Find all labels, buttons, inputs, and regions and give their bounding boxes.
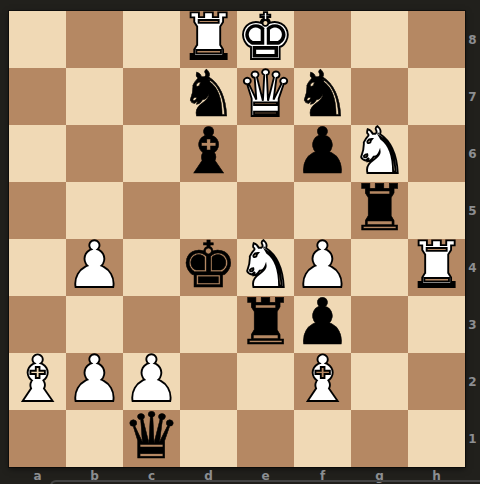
square-f6[interactable]: ♟ [294, 125, 351, 182]
black-pawn-icon[interactable]: ♟ [294, 123, 351, 180]
square-b1[interactable] [66, 410, 123, 467]
white-bishop-icon[interactable]: ♝ [9, 351, 66, 408]
rank-label-7: 7 [465, 68, 480, 125]
square-e1[interactable] [237, 410, 294, 467]
square-f2[interactable]: ♝ [294, 353, 351, 410]
rank-label-6: 6 [465, 125, 480, 182]
square-a4[interactable] [9, 239, 66, 296]
square-e3[interactable]: ♜ [237, 296, 294, 353]
square-b8[interactable] [66, 11, 123, 68]
rank-label-5: 5 [465, 182, 480, 239]
square-h7[interactable] [408, 68, 465, 125]
square-a6[interactable] [9, 125, 66, 182]
square-h3[interactable] [408, 296, 465, 353]
square-c7[interactable] [123, 68, 180, 125]
rank-label-1: 1 [465, 410, 480, 467]
square-h1[interactable] [408, 410, 465, 467]
white-rook-icon[interactable]: ♜ [408, 237, 465, 294]
square-c4[interactable] [123, 239, 180, 296]
square-d2[interactable] [180, 353, 237, 410]
square-e7[interactable]: ♛ [237, 68, 294, 125]
rank-label-3: 3 [465, 296, 480, 353]
white-pawn-icon[interactable]: ♟ [66, 351, 123, 408]
square-b2[interactable]: ♟ [66, 353, 123, 410]
black-rook-icon[interactable]: ♜ [237, 294, 294, 351]
square-g5[interactable]: ♜ [351, 182, 408, 239]
black-bishop-icon[interactable]: ♝ [180, 123, 237, 180]
rank-label-8: 8 [465, 11, 480, 68]
square-h8[interactable] [408, 11, 465, 68]
square-a8[interactable] [9, 11, 66, 68]
square-g3[interactable] [351, 296, 408, 353]
square-c8[interactable] [123, 11, 180, 68]
square-f1[interactable] [294, 410, 351, 467]
square-e6[interactable] [237, 125, 294, 182]
square-g1[interactable] [351, 410, 408, 467]
square-h4[interactable]: ♜ [408, 239, 465, 296]
square-a1[interactable] [9, 410, 66, 467]
chess-board-screen: ♜♚♞♛♞♝♟♞♜♟♚♞♟♜♜♟♝♟♟♝♛ 87654321 abcdefgh [0, 0, 480, 484]
square-h6[interactable] [408, 125, 465, 182]
square-g8[interactable] [351, 11, 408, 68]
square-d3[interactable] [180, 296, 237, 353]
chess-board: ♜♚♞♛♞♝♟♞♜♟♚♞♟♜♜♟♝♟♟♝♛ [9, 11, 465, 467]
rank-label-2: 2 [465, 353, 480, 410]
black-rook-icon[interactable]: ♜ [351, 180, 408, 237]
bottom-panel-edge [50, 480, 480, 484]
square-e2[interactable] [237, 353, 294, 410]
square-g2[interactable] [351, 353, 408, 410]
square-a5[interactable] [9, 182, 66, 239]
square-g4[interactable] [351, 239, 408, 296]
square-h2[interactable] [408, 353, 465, 410]
square-c6[interactable] [123, 125, 180, 182]
square-b7[interactable] [66, 68, 123, 125]
square-a7[interactable] [9, 68, 66, 125]
square-a2[interactable]: ♝ [9, 353, 66, 410]
rank-label-4: 4 [465, 239, 480, 296]
rank-coordinates: 87654321 [465, 11, 480, 467]
square-c1[interactable]: ♛ [123, 410, 180, 467]
black-king-icon[interactable]: ♚ [180, 237, 237, 294]
square-d1[interactable] [180, 410, 237, 467]
black-queen-icon[interactable]: ♛ [123, 408, 180, 465]
square-b4[interactable]: ♟ [66, 239, 123, 296]
square-c5[interactable] [123, 182, 180, 239]
white-pawn-icon[interactable]: ♟ [66, 237, 123, 294]
square-d4[interactable]: ♚ [180, 239, 237, 296]
square-b6[interactable] [66, 125, 123, 182]
square-d6[interactable]: ♝ [180, 125, 237, 182]
white-queen-icon[interactable]: ♛ [237, 66, 294, 123]
white-bishop-icon[interactable]: ♝ [294, 351, 351, 408]
